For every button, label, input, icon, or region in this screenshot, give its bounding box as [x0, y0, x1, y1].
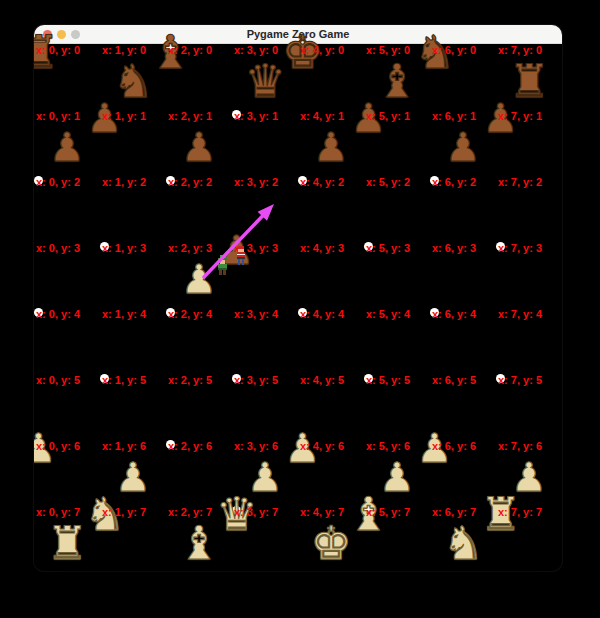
square-coordinate-label: x: 7, y: 1	[498, 110, 542, 122]
piece-white-king: ♚	[310, 520, 351, 566]
square-0-4[interactable]: x: 0, y: 4	[34, 308, 43, 317]
piece-black-pawn: ♟	[49, 127, 85, 167]
square-coordinate-label: x: 7, y: 5	[498, 374, 542, 386]
square-coordinate-label: x: 3, y: 5	[234, 374, 278, 386]
square-coordinate-label: x: 0, y: 3	[36, 242, 80, 254]
square-coordinate-label: x: 4, y: 5	[300, 374, 344, 386]
square-0-6[interactable]: x: 0, y: 6♟	[34, 440, 43, 449]
square-coordinate-label: x: 2, y: 5	[168, 374, 212, 386]
chess-board: x: 0, y: 0♜x: 1, y: 0♞x: 2, y: 0♝x: 3, y…	[34, 44, 562, 571]
square-coordinate-label: x: 7, y: 4	[498, 308, 542, 320]
square-5-4[interactable]: x: 5, y: 4	[364, 308, 430, 374]
piece-black-pawn: ♟	[181, 127, 217, 167]
square-coordinate-label: x: 1, y: 1	[102, 110, 146, 122]
piece-black-queen: ♛	[244, 58, 285, 104]
square-6-3[interactable]: x: 6, y: 3	[430, 242, 496, 308]
square-1-2[interactable]: x: 1, y: 2	[100, 176, 166, 242]
square-coordinate-label: x: 0, y: 7	[36, 506, 80, 518]
square-coordinate-label: x: 0, y: 0	[36, 44, 80, 56]
square-coordinate-label: x: 5, y: 7	[366, 506, 410, 518]
square-0-0[interactable]: x: 0, y: 0♜	[34, 44, 43, 53]
square-1-1[interactable]: x: 1, y: 1♟	[100, 110, 109, 119]
square-coordinate-label: x: 7, y: 6	[498, 440, 542, 452]
square-coordinate-label: x: 2, y: 0	[168, 44, 212, 56]
square-coordinate-label: x: 3, y: 4	[234, 308, 278, 320]
square-2-5[interactable]: x: 2, y: 5	[166, 374, 232, 440]
square-coordinate-label: x: 3, y: 6	[234, 440, 278, 452]
piece-black-pawn: ♟	[313, 127, 349, 167]
square-coordinate-label: x: 2, y: 2	[168, 176, 212, 188]
square-0-3[interactable]: x: 0, y: 3	[34, 242, 100, 308]
square-2-6[interactable]: x: 2, y: 6	[166, 440, 175, 449]
square-6-4[interactable]: x: 6, y: 4	[430, 308, 439, 317]
square-coordinate-label: x: 2, y: 4	[168, 308, 212, 320]
square-coordinate-label: x: 7, y: 2	[498, 176, 542, 188]
square-4-4[interactable]: x: 4, y: 4	[298, 308, 307, 317]
square-coordinate-label: x: 3, y: 2	[234, 176, 278, 188]
square-coordinate-label: x: 0, y: 2	[36, 176, 80, 188]
square-coordinate-label: x: 5, y: 0	[366, 44, 410, 56]
square-7-5[interactable]: x: 7, y: 5	[496, 374, 505, 383]
square-coordinate-label: x: 4, y: 1	[300, 110, 344, 122]
app-window: Pygame Zero Game x: 0, y: 0♜x: 1, y: 0♞x…	[34, 25, 562, 571]
square-1-7[interactable]: x: 1, y: 7♞	[100, 506, 109, 515]
square-2-1[interactable]: x: 2, y: 1♟	[166, 110, 232, 176]
square-6-6[interactable]: x: 6, y: 6♟	[430, 440, 439, 449]
square-1-4[interactable]: x: 1, y: 4	[100, 308, 166, 374]
square-3-7[interactable]: x: 3, y: 7♛	[232, 506, 241, 515]
square-coordinate-label: x: 4, y: 3	[300, 242, 344, 254]
square-7-3[interactable]: x: 7, y: 3	[496, 242, 505, 251]
square-3-4[interactable]: x: 3, y: 4	[232, 308, 298, 374]
square-3-5[interactable]: x: 3, y: 5	[232, 374, 241, 383]
square-coordinate-label: x: 5, y: 5	[366, 374, 410, 386]
square-coordinate-label: x: 1, y: 4	[102, 308, 146, 320]
piece-white-bishop: ♝	[178, 520, 219, 566]
square-coordinate-label: x: 6, y: 1	[432, 110, 476, 122]
square-coordinate-label: x: 2, y: 7	[168, 506, 212, 518]
square-coordinate-label: x: 4, y: 0	[300, 44, 344, 56]
square-coordinate-label: x: 1, y: 3	[102, 242, 146, 254]
square-coordinate-label: x: 5, y: 2	[366, 176, 410, 188]
square-5-7[interactable]: x: 5, y: 7♝	[364, 506, 373, 515]
square-coordinate-label: x: 6, y: 6	[432, 440, 476, 452]
square-7-4[interactable]: x: 7, y: 4	[496, 308, 562, 374]
piece-white-rook: ♜	[46, 520, 87, 566]
square-3-1[interactable]: x: 3, y: 1	[232, 110, 241, 119]
square-6-2[interactable]: x: 6, y: 2	[430, 176, 439, 185]
square-5-1[interactable]: x: 5, y: 1♟	[364, 110, 373, 119]
square-5-2[interactable]: x: 5, y: 2	[364, 176, 430, 242]
square-coordinate-label: x: 4, y: 4	[300, 308, 344, 320]
square-coordinate-label: x: 6, y: 0	[432, 44, 476, 56]
square-4-3[interactable]: x: 4, y: 3	[298, 242, 364, 308]
square-coordinate-label: x: 2, y: 1	[168, 110, 212, 122]
square-coordinate-label: x: 6, y: 3	[432, 242, 476, 254]
square-5-5[interactable]: x: 5, y: 5	[364, 374, 373, 383]
square-coordinate-label: x: 1, y: 5	[102, 374, 146, 386]
square-coordinate-label: x: 4, y: 6	[300, 440, 344, 452]
square-coordinate-label: x: 0, y: 1	[36, 110, 80, 122]
red-character-sprite	[236, 246, 246, 267]
square-6-0[interactable]: x: 6, y: 0♞	[430, 44, 439, 53]
square-coordinate-label: x: 7, y: 7	[498, 506, 542, 518]
green-character-sprite	[216, 255, 229, 276]
square-4-2[interactable]: x: 4, y: 2	[298, 176, 307, 185]
square-coordinate-label: x: 6, y: 2	[432, 176, 476, 188]
square-2-2[interactable]: x: 2, y: 2	[166, 176, 175, 185]
square-coordinate-label: x: 2, y: 6	[168, 440, 212, 452]
square-7-7[interactable]: x: 7, y: 7♜	[496, 506, 505, 515]
square-coordinate-label: x: 4, y: 2	[300, 176, 344, 188]
square-1-5[interactable]: x: 1, y: 5	[100, 374, 109, 383]
square-4-6[interactable]: x: 4, y: 6♟	[298, 440, 307, 449]
square-coordinate-label: x: 0, y: 5	[36, 374, 80, 386]
square-coordinate-label: x: 3, y: 0	[234, 44, 278, 56]
square-coordinate-label: x: 1, y: 2	[102, 176, 146, 188]
square-coordinate-label: x: 5, y: 6	[366, 440, 410, 452]
square-7-1[interactable]: x: 7, y: 1♟	[496, 110, 505, 119]
square-coordinate-label: x: 3, y: 7	[234, 506, 278, 518]
piece-white-knight: ♞	[442, 520, 483, 566]
square-2-4[interactable]: x: 2, y: 4	[166, 308, 175, 317]
square-4-0[interactable]: x: 4, y: 0♚	[298, 44, 307, 53]
square-coordinate-label: x: 6, y: 5	[432, 374, 476, 386]
piece-black-pawn: ♟	[445, 127, 481, 167]
square-coordinate-label: x: 5, y: 4	[366, 308, 410, 320]
square-coordinate-label: x: 7, y: 0	[498, 44, 542, 56]
square-coordinate-label: x: 1, y: 0	[102, 44, 146, 56]
square-coordinate-label: x: 6, y: 7	[432, 506, 476, 518]
square-coordinate-label: x: 2, y: 3	[168, 242, 212, 254]
square-coordinate-label: x: 6, y: 4	[432, 308, 476, 320]
piece-white-pawn: ♟	[181, 259, 217, 299]
square-coordinate-label: x: 5, y: 3	[366, 242, 410, 254]
square-7-2[interactable]: x: 7, y: 2	[496, 176, 562, 242]
square-coordinate-label: x: 0, y: 6	[36, 440, 80, 452]
square-coordinate-label: x: 3, y: 1	[234, 110, 278, 122]
square-coordinate-label: x: 5, y: 1	[366, 110, 410, 122]
square-1-3[interactable]: x: 1, y: 3	[100, 242, 109, 251]
square-coordinate-label: x: 1, y: 7	[102, 506, 146, 518]
square-0-2[interactable]: x: 0, y: 2	[34, 176, 43, 185]
square-5-3[interactable]: x: 5, y: 3	[364, 242, 373, 251]
square-2-0[interactable]: x: 2, y: 0♝	[166, 44, 175, 53]
square-coordinate-label: x: 1, y: 6	[102, 440, 146, 452]
square-coordinate-label: x: 4, y: 7	[300, 506, 344, 518]
square-coordinate-label: x: 0, y: 4	[36, 308, 80, 320]
square-coordinate-label: x: 7, y: 3	[498, 242, 542, 254]
